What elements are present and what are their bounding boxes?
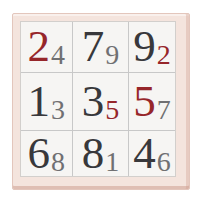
cell-small-digit: 9 — [105, 44, 119, 66]
cell-big-digit: 5 — [133, 84, 156, 119]
cell-big-digit: 9 — [133, 29, 156, 64]
puzzle-cell-r1c2[interactable]: 79 — [73, 22, 129, 72]
puzzle-cell-r3c2[interactable]: 81 — [73, 131, 129, 176]
cell-small-digit: 2 — [157, 44, 171, 66]
cell-big-digit: 7 — [82, 29, 105, 64]
puzzle-cell-r3c1[interactable]: 68 — [21, 131, 72, 176]
puzzle-tray: 24 79 92 13 35 57 68 81 46 — [12, 13, 190, 190]
cell-small-digit: 4 — [51, 44, 65, 66]
cell-digits: 81 — [82, 136, 120, 171]
puzzle-cell-r1c1[interactable]: 24 — [21, 22, 72, 72]
cell-small-digit: 5 — [105, 99, 119, 121]
cell-digits: 24 — [28, 29, 66, 64]
cell-digits: 57 — [133, 84, 171, 119]
cell-small-digit: 7 — [157, 99, 171, 121]
puzzle-cell-r2c2[interactable]: 35 — [73, 73, 129, 130]
puzzle-cell-r2c3[interactable]: 57 — [129, 73, 175, 130]
cell-digits: 46 — [133, 136, 171, 171]
cell-digits: 35 — [82, 84, 120, 119]
puzzle-cell-r3c3[interactable]: 46 — [129, 131, 175, 176]
cell-digits: 13 — [28, 84, 66, 119]
cell-big-digit: 6 — [28, 136, 51, 171]
cell-digits: 79 — [82, 29, 120, 64]
puzzle-cell-r1c3[interactable]: 92 — [129, 22, 175, 72]
cell-small-digit: 6 — [157, 151, 171, 173]
cell-small-digit: 8 — [51, 151, 65, 173]
cell-big-digit: 3 — [82, 84, 105, 119]
cell-small-digit: 1 — [105, 151, 119, 173]
cell-small-digit: 3 — [51, 99, 65, 121]
cell-digits: 68 — [28, 136, 66, 171]
cell-digits: 92 — [133, 29, 171, 64]
cell-big-digit: 2 — [28, 29, 51, 64]
cell-big-digit: 1 — [28, 84, 51, 119]
cell-big-digit: 4 — [133, 136, 156, 171]
board-grid: 24 79 92 13 35 57 68 81 46 — [20, 21, 176, 177]
cell-big-digit: 8 — [82, 136, 105, 171]
puzzle-cell-r2c1[interactable]: 13 — [21, 73, 72, 130]
